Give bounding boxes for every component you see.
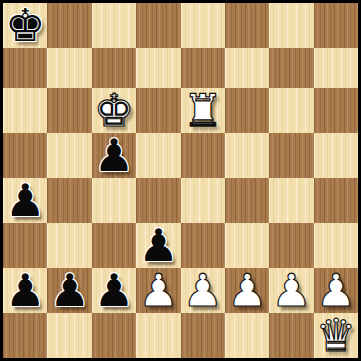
square-d6[interactable]	[136, 88, 180, 133]
square-g4[interactable]	[269, 178, 313, 223]
square-g3[interactable]	[269, 223, 313, 268]
piece-black-pawn[interactable]: ♟	[138, 223, 178, 268]
square-c6[interactable]: ♚	[92, 88, 136, 133]
chess-board: ♚♚♜♟♟♟♟♟♟♟♟♟♟♟♛	[3, 3, 358, 358]
square-e8[interactable]	[181, 3, 225, 48]
square-c4[interactable]	[92, 178, 136, 223]
square-a7[interactable]	[3, 48, 47, 88]
square-a8[interactable]: ♚	[3, 3, 47, 48]
square-g6[interactable]	[269, 88, 313, 133]
square-b8[interactable]	[47, 3, 91, 48]
piece-black-king[interactable]: ♚	[5, 3, 45, 48]
square-f6[interactable]	[225, 88, 269, 133]
square-c2[interactable]: ♟	[92, 268, 136, 313]
square-h5[interactable]	[314, 133, 358, 178]
square-h7[interactable]	[314, 48, 358, 88]
piece-white-pawn[interactable]: ♟	[271, 268, 311, 313]
square-a3[interactable]	[3, 223, 47, 268]
square-b4[interactable]	[47, 178, 91, 223]
square-e6[interactable]: ♜	[181, 88, 225, 133]
square-g7[interactable]	[269, 48, 313, 88]
square-d1[interactable]	[136, 313, 180, 358]
square-f3[interactable]	[225, 223, 269, 268]
square-c5[interactable]: ♟	[92, 133, 136, 178]
piece-black-pawn[interactable]: ♟	[5, 268, 45, 313]
square-h2[interactable]: ♟	[314, 268, 358, 313]
square-f1[interactable]	[225, 313, 269, 358]
square-e7[interactable]	[181, 48, 225, 88]
square-d5[interactable]	[136, 133, 180, 178]
piece-white-pawn[interactable]: ♟	[316, 268, 356, 313]
square-a4[interactable]: ♟	[3, 178, 47, 223]
square-d7[interactable]	[136, 48, 180, 88]
square-b5[interactable]	[47, 133, 91, 178]
square-e3[interactable]	[181, 223, 225, 268]
square-e4[interactable]	[181, 178, 225, 223]
square-d2[interactable]: ♟	[136, 268, 180, 313]
square-f4[interactable]	[225, 178, 269, 223]
square-g2[interactable]: ♟	[269, 268, 313, 313]
square-g5[interactable]	[269, 133, 313, 178]
square-b3[interactable]	[47, 223, 91, 268]
square-e2[interactable]: ♟	[181, 268, 225, 313]
square-f8[interactable]	[225, 3, 269, 48]
square-c1[interactable]	[92, 313, 136, 358]
square-d4[interactable]	[136, 178, 180, 223]
square-g8[interactable]	[269, 3, 313, 48]
square-a5[interactable]	[3, 133, 47, 178]
square-e5[interactable]	[181, 133, 225, 178]
square-f7[interactable]	[225, 48, 269, 88]
square-h6[interactable]	[314, 88, 358, 133]
square-h3[interactable]	[314, 223, 358, 268]
square-g1[interactable]	[269, 313, 313, 358]
square-c3[interactable]	[92, 223, 136, 268]
piece-black-pawn[interactable]: ♟	[49, 268, 89, 313]
square-a1[interactable]	[3, 313, 47, 358]
piece-black-pawn[interactable]: ♟	[94, 133, 134, 178]
square-h4[interactable]	[314, 178, 358, 223]
square-f2[interactable]: ♟	[225, 268, 269, 313]
square-h1[interactable]: ♛	[314, 313, 358, 358]
square-h8[interactable]	[314, 3, 358, 48]
piece-white-king[interactable]: ♚	[94, 88, 134, 133]
piece-white-pawn[interactable]: ♟	[227, 268, 267, 313]
square-d3[interactable]: ♟	[136, 223, 180, 268]
piece-white-queen[interactable]: ♛	[316, 313, 356, 358]
square-d8[interactable]	[136, 3, 180, 48]
square-a2[interactable]: ♟	[3, 268, 47, 313]
square-b6[interactable]	[47, 88, 91, 133]
piece-black-pawn[interactable]: ♟	[94, 268, 134, 313]
chess-board-frame: ♚♚♜♟♟♟♟♟♟♟♟♟♟♟♛	[0, 0, 361, 361]
square-e1[interactable]	[181, 313, 225, 358]
square-c7[interactable]	[92, 48, 136, 88]
piece-white-pawn[interactable]: ♟	[183, 268, 223, 313]
piece-black-pawn[interactable]: ♟	[5, 178, 45, 223]
piece-white-rook[interactable]: ♜	[183, 88, 223, 133]
square-b7[interactable]	[47, 48, 91, 88]
piece-white-pawn[interactable]: ♟	[138, 268, 178, 313]
square-b1[interactable]	[47, 313, 91, 358]
square-b2[interactable]: ♟	[47, 268, 91, 313]
square-a6[interactable]	[3, 88, 47, 133]
square-f5[interactable]	[225, 133, 269, 178]
square-c8[interactable]	[92, 3, 136, 48]
